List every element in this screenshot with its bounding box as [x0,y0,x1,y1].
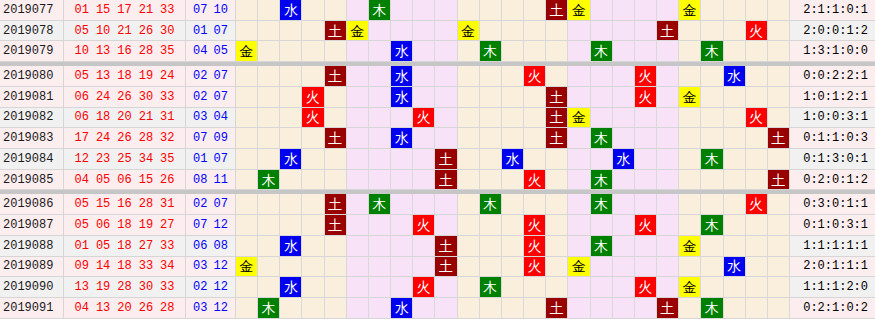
grid-cell [724,194,746,214]
grid-cell [502,298,524,318]
back-number: 12 [214,218,228,232]
front-number: 15 [96,197,110,211]
grid-cell [657,108,679,128]
grid-cell [568,194,590,214]
front-zone-numbers: 0413202628 [64,298,186,318]
grid-cell [502,66,524,86]
five-element-grid: 土水土木土 [236,128,790,148]
five-element-grid: 水土火木金 [236,236,790,256]
grid-cell [746,41,768,61]
element-ratio: 0:0:2:2:1 [790,66,875,86]
grid-cell [679,257,701,277]
back-number: 12 [214,259,228,273]
grid-cell [724,170,746,190]
grid-cell [413,0,435,20]
issue-number: 2019084 [0,149,64,169]
grid-cell [701,194,723,214]
grid-cell [568,298,590,318]
back-zone-numbers: 0207 [186,87,236,107]
issue-number: 2019079 [0,41,64,61]
grid-cell [657,215,679,235]
back-number: 03 [193,301,207,315]
element-cell-earth: 土 [768,128,790,148]
grid-cell [480,87,502,107]
grid-cell [768,87,790,107]
grid-cell [746,215,768,235]
grid-cell [435,41,457,61]
front-number: 10 [96,24,110,38]
issue-number: 2019078 [0,21,64,41]
grid-cell [458,170,480,190]
front-zone-numbers: 0405061526 [64,170,186,190]
grid-cell [435,21,457,41]
five-element-grid: 木土火木土 [236,170,790,190]
grid-cell [679,194,701,214]
grid-cell [524,149,546,169]
element-cell-wood: 木 [591,194,613,214]
issue-number: 2019088 [0,236,64,256]
back-zone-numbers: 0304 [186,108,236,128]
element-cell-wood: 木 [591,236,613,256]
grid-cell [768,108,790,128]
element-cell-fire: 火 [635,87,657,107]
grid-cell [768,298,790,318]
element-ratio: 0:2:0:1:2 [790,170,875,190]
grid-cell [458,149,480,169]
back-number: 12 [214,301,228,315]
grid-cell [347,277,369,297]
front-number: 23 [96,152,110,166]
back-number: 07 [193,218,207,232]
back-zone-numbers: 0207 [186,194,236,214]
back-zone-numbers: 0608 [186,236,236,256]
front-number: 19 [96,280,110,294]
grid-cell [657,128,679,148]
grid-cell [236,128,258,148]
back-number: 07 [214,24,228,38]
front-number: 15 [139,173,153,187]
grid-cell [635,298,657,318]
grid-cell [613,277,635,297]
grid-cell [325,236,347,256]
grid-cell [546,170,568,190]
grid-cell [347,128,369,148]
grid-cell [701,66,723,86]
grid-cell [325,87,347,107]
draw-row: 201907910131628350405金水木木木1:3:1:0:0 [0,41,875,62]
front-number: 34 [160,259,174,273]
grid-cell [657,257,679,277]
front-zone-numbers: 0513181924 [64,66,186,86]
grid-cell [480,66,502,86]
grid-cell [347,194,369,214]
element-cell-earth: 土 [325,128,347,148]
draw-row: 201908412232534350107水土水水木0:1:3:0:1 [0,149,875,170]
element-cell-earth: 土 [435,257,457,277]
back-zone-numbers: 0312 [186,257,236,277]
grid-cell [369,298,391,318]
back-number: 05 [214,44,228,58]
front-number: 28 [139,131,153,145]
grid-cell [391,215,413,235]
grid-cell [657,0,679,20]
front-number: 21 [117,24,131,38]
grid-cell [701,108,723,128]
grid-cell [635,149,657,169]
issue-number: 2019086 [0,194,64,214]
back-number: 02 [193,280,207,294]
element-ratio: 2:0:1:1:1 [790,257,875,277]
draw-row: 201908801051827330608水土火木金1:1:1:1:1 [0,236,875,257]
back-number: 08 [193,173,207,187]
back-zone-numbers: 0107 [186,149,236,169]
element-cell-wood: 木 [591,128,613,148]
element-cell-metal: 金 [679,87,701,107]
grid-cell [724,87,746,107]
grid-cell [391,21,413,41]
grid-cell [502,41,524,61]
front-number: 30 [139,90,153,104]
front-number: 21 [139,110,153,124]
grid-cell [391,257,413,277]
grid-cell [458,277,480,297]
grid-cell [679,41,701,61]
grid-cell [724,298,746,318]
grid-cell [302,215,324,235]
element-cell-fire: 火 [413,108,435,128]
grid-cell [302,41,324,61]
element-cell-fire: 火 [302,108,324,128]
element-cell-water: 水 [391,298,413,318]
grid-cell [435,66,457,86]
front-number: 25 [117,152,131,166]
grid-cell [480,215,502,235]
front-number: 16 [117,197,131,211]
grid-cell [302,149,324,169]
front-number: 20 [117,110,131,124]
five-element-grid: 水火木火金 [236,277,790,297]
grid-cell [258,277,280,297]
front-number: 04 [74,173,88,187]
grid-cell [258,108,280,128]
element-cell-metal: 金 [568,0,590,20]
grid-cell [524,194,546,214]
grid-cell [347,298,369,318]
element-cell-earth: 土 [435,149,457,169]
front-number: 10 [74,44,88,58]
grid-cell [768,194,790,214]
element-cell-earth: 土 [768,170,790,190]
grid-cell [258,236,280,256]
grid-cell [347,41,369,61]
grid-cell [568,170,590,190]
grid-cell [280,215,302,235]
front-number: 06 [96,218,110,232]
grid-cell [325,149,347,169]
grid-cell [413,236,435,256]
grid-cell [746,128,768,148]
element-cell-metal: 金 [236,41,258,61]
back-zone-numbers: 0312 [186,298,236,318]
front-zone-numbers: 0510212630 [64,21,186,41]
issue-number: 2019077 [0,0,64,20]
grid-cell [369,108,391,128]
grid-cell [568,236,590,256]
draw-row: 201907701151721330710水木土金金2:1:1:0:1 [0,0,875,21]
grid-cell [524,298,546,318]
grid-cell [524,0,546,20]
front-zone-numbers: 1013162835 [64,41,186,61]
element-cell-water: 水 [613,149,635,169]
front-number: 24 [96,90,110,104]
element-cell-wood: 木 [258,170,280,190]
grid-cell [701,170,723,190]
front-number: 05 [74,197,88,211]
front-number: 30 [139,280,153,294]
element-cell-metal: 金 [679,277,701,297]
grid-cell [236,194,258,214]
front-number: 26 [117,131,131,145]
front-number: 04 [74,301,88,315]
grid-cell [657,236,679,256]
grid-cell [657,277,679,297]
grid-cell [701,257,723,277]
grid-cell [258,87,280,107]
front-number: 05 [74,69,88,83]
issue-number: 2019090 [0,277,64,297]
grid-cell [768,149,790,169]
grid-cell [502,215,524,235]
front-number: 12 [74,152,88,166]
grid-cell [613,298,635,318]
element-cell-fire: 火 [746,108,768,128]
grid-cell [768,257,790,277]
grid-cell [413,298,435,318]
grid-cell [302,194,324,214]
grid-cell [657,66,679,86]
grid-cell [369,215,391,235]
grid-cell [280,21,302,41]
grid-cell [613,0,635,20]
back-number: 07 [214,197,228,211]
front-number: 26 [139,301,153,315]
element-ratio: 0:1:1:0:3 [790,128,875,148]
grid-cell [679,149,701,169]
grid-cell [546,66,568,86]
grid-cell [613,87,635,107]
back-number: 02 [193,197,207,211]
back-number: 09 [214,131,228,145]
issue-number: 2019085 [0,170,64,190]
draw-row: 201908206182021310304火火土金火1:0:0:3:1 [0,108,875,129]
grid-cell [524,87,546,107]
front-zone-numbers: 0506181927 [64,215,186,235]
grid-cell [568,21,590,41]
element-cell-water: 水 [724,257,746,277]
five-element-grid: 水木土金金 [236,0,790,20]
back-zone-numbers: 0709 [186,128,236,148]
element-cell-fire: 火 [746,194,768,214]
element-cell-metal: 金 [568,257,590,277]
element-ratio: 0:1:3:0:1 [790,149,875,169]
element-cell-wood: 木 [591,41,613,61]
five-element-grid: 土水火火水 [236,66,790,86]
grid-cell [435,128,457,148]
back-number: 07 [214,69,228,83]
grid-cell [236,87,258,107]
element-cell-earth: 土 [325,66,347,86]
grid-cell [369,21,391,41]
front-number: 27 [160,218,174,232]
element-cell-fire: 火 [524,236,546,256]
grid-cell [458,87,480,107]
grid-cell [236,149,258,169]
back-zone-numbers: 0710 [186,0,236,20]
element-ratio: 0:1:0:3:1 [790,215,875,235]
front-number: 26 [160,173,174,187]
grid-cell [280,128,302,148]
grid-cell [635,108,657,128]
front-number: 18 [117,259,131,273]
grid-cell [435,87,457,107]
element-ratio: 2:0:0:1:2 [790,21,875,41]
front-number: 01 [74,239,88,253]
back-number: 08 [214,239,228,253]
element-cell-fire: 火 [413,215,435,235]
grid-cell [502,277,524,297]
grid-cell [369,128,391,148]
grid-cell [546,194,568,214]
five-element-grid: 金土火金水 [236,257,790,277]
grid-cell [613,128,635,148]
back-zone-numbers: 0212 [186,277,236,297]
grid-cell [413,87,435,107]
front-number: 33 [160,280,174,294]
grid-cell [369,170,391,190]
draw-row: 201908605151628310207土木木木火0:3:0:1:1 [0,194,875,215]
back-number: 07 [193,3,207,17]
grid-cell [435,108,457,128]
grid-cell [347,149,369,169]
grid-cell [701,277,723,297]
draw-row: 201908106242630330207火水土火金1:0:1:2:1 [0,87,875,108]
grid-cell [480,21,502,41]
draw-row: 201908909141833340312金土火金水2:0:1:1:1 [0,257,875,278]
element-cell-fire: 火 [524,170,546,190]
back-number: 11 [214,173,228,187]
grid-cell [679,66,701,86]
element-cell-fire: 火 [524,66,546,86]
front-number: 01 [74,3,88,17]
grid-cell [236,298,258,318]
grid-cell [302,128,324,148]
grid-cell [591,277,613,297]
grid-cell [613,194,635,214]
grid-cell [258,128,280,148]
grid-cell [369,277,391,297]
element-cell-fire: 火 [524,215,546,235]
grid-cell [347,87,369,107]
grid-cell [458,257,480,277]
back-number: 03 [193,110,207,124]
grid-cell [458,128,480,148]
element-ratio: 1:3:1:0:0 [790,41,875,61]
grid-cell [524,41,546,61]
element-cell-water: 水 [391,128,413,148]
grid-cell [502,194,524,214]
back-number: 02 [193,69,207,83]
grid-cell [591,298,613,318]
grid-cell [236,66,258,86]
draw-row: 201907805102126300107土金金土火2:0:0:1:2 [0,21,875,42]
grid-cell [458,41,480,61]
five-element-grid: 土金金土火 [236,21,790,41]
issue-number: 2019082 [0,108,64,128]
grid-cell [591,108,613,128]
grid-cell [369,66,391,86]
grid-cell [768,21,790,41]
grid-cell [568,149,590,169]
grid-cell [701,87,723,107]
grid-cell [435,0,457,20]
front-number: 35 [160,44,174,58]
grid-cell [679,170,701,190]
grid-cell [258,41,280,61]
grid-cell [280,298,302,318]
grid-cell [258,66,280,86]
front-number: 20 [117,301,131,315]
grid-cell [546,257,568,277]
grid-cell [613,257,635,277]
grid-cell [302,0,324,20]
grid-cell [347,0,369,20]
front-number: 31 [160,110,174,124]
front-number: 33 [160,3,174,17]
element-ratio: 1:1:1:1:1 [790,236,875,256]
grid-cell [746,257,768,277]
grid-cell [458,236,480,256]
grid-cell [458,215,480,235]
grid-cell [546,277,568,297]
front-number: 26 [139,24,153,38]
front-number: 35 [160,152,174,166]
grid-cell [413,128,435,148]
element-cell-metal: 金 [679,0,701,20]
grid-cell [480,149,502,169]
grid-cell [280,194,302,214]
grid-cell [280,108,302,128]
grid-cell [413,194,435,214]
grid-cell [502,108,524,128]
issue-number: 2019083 [0,128,64,148]
grid-cell [768,0,790,20]
front-number: 06 [74,90,88,104]
element-cell-earth: 土 [546,108,568,128]
issue-number: 2019089 [0,257,64,277]
front-number: 28 [117,280,131,294]
grid-cell [746,149,768,169]
element-cell-water: 水 [724,66,746,86]
grid-cell [325,298,347,318]
grid-cell [524,21,546,41]
back-number: 07 [193,131,207,145]
back-zone-numbers: 0811 [186,170,236,190]
front-number: 33 [139,259,153,273]
grid-cell [768,215,790,235]
grid-cell [546,41,568,61]
element-cell-fire: 火 [413,277,435,297]
element-cell-water: 水 [280,236,302,256]
